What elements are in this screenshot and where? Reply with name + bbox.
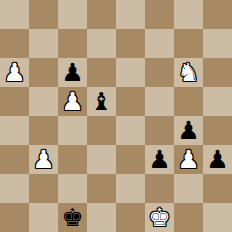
square-g1[interactable] [174,203,203,232]
square-f5[interactable] [145,87,174,116]
black-pawn[interactable]: ♟ [148,145,170,174]
square-a4[interactable] [0,116,29,145]
white-pawn[interactable]: ♟ [3,58,25,87]
square-g7[interactable] [174,29,203,58]
square-b6[interactable] [29,58,58,87]
square-f3[interactable]: ♟ [145,145,174,174]
square-e3[interactable] [116,145,145,174]
square-h1[interactable] [203,203,232,232]
white-pawn[interactable]: ♟ [32,145,54,174]
square-e8[interactable] [116,0,145,29]
square-c2[interactable] [58,174,87,203]
square-e6[interactable] [116,58,145,87]
square-c6[interactable]: ♟ [58,58,87,87]
chess-board: ♟♟♞♟♝♟♟♟♟♟♚♚ [0,0,232,232]
square-f8[interactable] [145,0,174,29]
square-g4[interactable]: ♟ [174,116,203,145]
square-g5[interactable] [174,87,203,116]
square-h2[interactable] [203,174,232,203]
square-c4[interactable] [58,116,87,145]
square-c3[interactable] [58,145,87,174]
square-g6[interactable]: ♞ [174,58,203,87]
square-d5[interactable]: ♝ [87,87,116,116]
square-h4[interactable] [203,116,232,145]
square-c7[interactable] [58,29,87,58]
black-pawn[interactable]: ♟ [177,116,199,145]
square-b1[interactable] [29,203,58,232]
square-f2[interactable] [145,174,174,203]
square-f4[interactable] [145,116,174,145]
square-h7[interactable] [203,29,232,58]
square-b7[interactable] [29,29,58,58]
square-h3[interactable]: ♟ [203,145,232,174]
square-d3[interactable] [87,145,116,174]
square-b5[interactable] [29,87,58,116]
square-b8[interactable] [29,0,58,29]
square-b3[interactable]: ♟ [29,145,58,174]
square-a3[interactable] [0,145,29,174]
square-b2[interactable] [29,174,58,203]
black-pawn[interactable]: ♟ [61,58,83,87]
square-f6[interactable] [145,58,174,87]
square-c5[interactable]: ♟ [58,87,87,116]
square-a2[interactable] [0,174,29,203]
square-e2[interactable] [116,174,145,203]
white-pawn[interactable]: ♟ [177,145,199,174]
square-d8[interactable] [87,0,116,29]
square-e5[interactable] [116,87,145,116]
black-king[interactable]: ♚ [61,203,83,232]
black-pawn[interactable]: ♟ [206,145,228,174]
square-a1[interactable] [0,203,29,232]
square-f1[interactable]: ♚ [145,203,174,232]
square-a7[interactable] [0,29,29,58]
square-e1[interactable] [116,203,145,232]
square-a8[interactable] [0,0,29,29]
white-king[interactable]: ♚ [148,203,170,232]
square-g2[interactable] [174,174,203,203]
square-a5[interactable] [0,87,29,116]
square-c1[interactable]: ♚ [58,203,87,232]
square-h6[interactable] [203,58,232,87]
square-g8[interactable] [174,0,203,29]
square-e4[interactable] [116,116,145,145]
square-f7[interactable] [145,29,174,58]
black-bishop[interactable]: ♝ [90,87,112,116]
square-b4[interactable] [29,116,58,145]
square-d4[interactable] [87,116,116,145]
square-d7[interactable] [87,29,116,58]
square-a6[interactable]: ♟ [0,58,29,87]
square-h8[interactable] [203,0,232,29]
square-d2[interactable] [87,174,116,203]
square-g3[interactable]: ♟ [174,145,203,174]
white-knight[interactable]: ♞ [177,58,199,87]
square-d1[interactable] [87,203,116,232]
square-d6[interactable] [87,58,116,87]
square-c8[interactable] [58,0,87,29]
square-h5[interactable] [203,87,232,116]
white-pawn[interactable]: ♟ [61,87,83,116]
square-e7[interactable] [116,29,145,58]
